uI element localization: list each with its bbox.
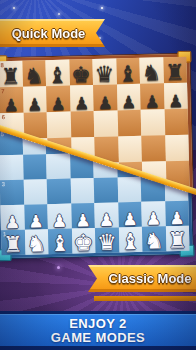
white-knight-piece: ♞ (26, 233, 46, 255)
black-pawn-piece: ♟ (168, 93, 184, 110)
black-knight-piece: ♞ (24, 65, 44, 87)
white-pawn-piece: ♟ (146, 210, 162, 227)
square[interactable]: ♟ (165, 201, 189, 227)
sparkle-icon (13, 7, 15, 9)
square[interactable] (117, 110, 141, 137)
white-queen-piece: ♛ (97, 231, 117, 253)
square[interactable]: 7♟ (0, 87, 23, 114)
black-rook-piece: ♜ (0, 66, 20, 88)
black-bishop-piece: ♝ (47, 65, 67, 87)
black-king-piece: ♚ (71, 64, 91, 86)
promo-tagline-line1: ENJOY 2 (69, 317, 126, 331)
square[interactable]: ♟ (47, 204, 71, 230)
white-pawn-piece: ♟ (169, 210, 185, 227)
square[interactable]: ♝ (118, 227, 142, 253)
classic-mode-label: Classic Mode (108, 271, 191, 286)
black-pawn-piece: ♟ (97, 95, 113, 112)
square[interactable]: ♞ (24, 229, 48, 255)
white-rook-piece: ♜ (3, 234, 23, 256)
square[interactable] (118, 136, 142, 163)
white-knight-piece: ♞ (144, 230, 164, 252)
square[interactable] (23, 179, 47, 205)
white-bishop-piece: ♝ (50, 233, 70, 255)
classic-mode-banner[interactable]: Classic Mode (88, 265, 196, 292)
square[interactable] (141, 109, 165, 136)
square[interactable]: ♞ (142, 226, 166, 252)
square[interactable]: 3 (0, 180, 24, 206)
square[interactable] (117, 177, 141, 203)
footer-bar: ENJOY 2 GAME MODES (0, 314, 196, 346)
sparkle-icon (58, 13, 60, 15)
square[interactable]: ♝ (45, 60, 69, 87)
rank-label: 6 (2, 114, 5, 120)
square[interactable]: ♟ (118, 202, 142, 228)
white-pawn-piece: ♟ (75, 212, 91, 229)
quick-mode-banner[interactable]: Quick Mode (0, 19, 105, 47)
white-pawn-piece: ♟ (122, 211, 138, 228)
square[interactable] (165, 135, 189, 162)
classic-banner-fold (94, 296, 196, 301)
square[interactable]: 2♟ (0, 205, 24, 231)
square[interactable]: ♟ (23, 86, 47, 113)
black-knight-piece: ♞ (141, 62, 161, 84)
black-pawn-piece: ♟ (121, 94, 137, 111)
square[interactable]: 1♜ (1, 230, 25, 256)
square[interactable]: ♟ (71, 203, 95, 229)
square[interactable]: ♜ (165, 226, 189, 252)
white-king-piece: ♚ (73, 232, 93, 254)
square[interactable] (164, 109, 188, 136)
square[interactable]: ♝ (48, 229, 72, 255)
square[interactable]: 8♜ (0, 61, 23, 88)
square[interactable] (141, 135, 165, 162)
square[interactable]: ♚ (71, 228, 95, 254)
white-pawn-piece: ♟ (52, 213, 68, 230)
square[interactable] (70, 111, 94, 138)
black-bishop-piece: ♝ (118, 63, 138, 85)
rank-label: 7 (1, 88, 4, 94)
square[interactable]: ♟ (46, 86, 70, 113)
rank-label: 4 (1, 156, 4, 162)
square[interactable]: ♝ (116, 58, 140, 85)
rank-label: 3 (2, 181, 5, 187)
black-pawn-piece: ♟ (144, 93, 160, 110)
sparkle-icon (101, 7, 103, 9)
black-rook-piece: ♜ (165, 62, 185, 84)
square[interactable]: ♞ (139, 57, 163, 84)
footer-banner: ENJOY 2 GAME MODES (0, 311, 196, 350)
black-pawn-piece: ♟ (74, 95, 90, 112)
white-bishop-piece: ♝ (120, 231, 140, 253)
square[interactable] (23, 154, 47, 180)
white-pawn-piece: ♟ (99, 212, 115, 229)
square[interactable] (47, 179, 71, 205)
square[interactable] (46, 154, 70, 180)
square[interactable]: ♞ (22, 60, 46, 87)
black-queen-piece: ♛ (94, 63, 114, 85)
square[interactable]: ♟ (140, 83, 164, 110)
square[interactable]: ♟ (117, 84, 141, 111)
square[interactable] (47, 112, 71, 139)
square[interactable]: 4 (0, 155, 23, 181)
black-pawn-piece: ♟ (3, 97, 19, 114)
square[interactable]: ♟ (94, 202, 118, 228)
square[interactable]: ♜ (163, 57, 187, 84)
square[interactable]: ♟ (141, 201, 165, 227)
square[interactable]: ♟ (70, 85, 94, 112)
square[interactable]: ♛ (92, 58, 116, 85)
white-rook-piece: ♜ (167, 230, 187, 252)
square[interactable]: ♟ (164, 83, 188, 110)
square[interactable] (94, 110, 118, 137)
white-pawn-piece: ♟ (28, 213, 44, 230)
black-pawn-piece: ♟ (50, 96, 66, 113)
promo-tagline-line2: GAME MODES (51, 331, 145, 345)
square[interactable] (70, 178, 94, 204)
square[interactable]: ♟ (24, 204, 48, 230)
square[interactable] (94, 177, 118, 203)
square[interactable]: ♟ (93, 84, 117, 111)
promo-screen: 8♜♞♝♚♛♝♞♜7♟♟♟♟♟♟♟♟654 5432♟♟♟♟♟♟♟♟1♜♞♝♚♛… (0, 0, 196, 350)
white-pawn-piece: ♟ (5, 214, 21, 231)
black-pawn-piece: ♟ (27, 96, 43, 113)
square[interactable]: ♛ (95, 227, 119, 253)
quick-mode-label: Quick Mode (12, 26, 86, 41)
square[interactable]: ♚ (69, 59, 93, 86)
